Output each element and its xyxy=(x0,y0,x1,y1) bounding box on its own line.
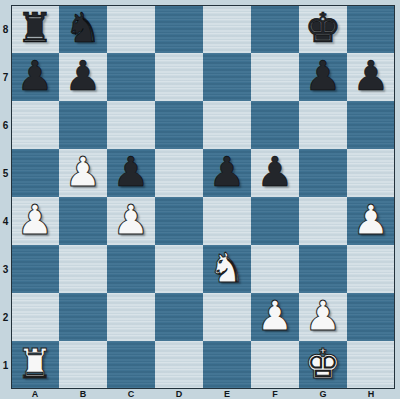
square-h6[interactable] xyxy=(347,101,395,149)
square-f5[interactable]: ♟ xyxy=(251,149,299,197)
black-pawn[interactable]: ♟ xyxy=(65,56,102,97)
square-b2[interactable] xyxy=(59,293,107,341)
square-a5[interactable] xyxy=(11,149,59,197)
black-pawn[interactable]: ♟ xyxy=(353,56,390,97)
square-a1[interactable]: ♜ xyxy=(11,341,59,389)
rank-label-6: 6 xyxy=(0,101,11,149)
square-c6[interactable] xyxy=(107,101,155,149)
square-f1[interactable] xyxy=(251,341,299,389)
file-label-f: F xyxy=(251,388,299,399)
square-b3[interactable] xyxy=(59,245,107,293)
square-c7[interactable] xyxy=(107,53,155,101)
square-c3[interactable] xyxy=(107,245,155,293)
square-b1[interactable] xyxy=(59,341,107,389)
square-d7[interactable] xyxy=(155,53,203,101)
rank-label-5: 5 xyxy=(0,149,11,197)
square-c8[interactable] xyxy=(107,5,155,53)
square-e5[interactable]: ♟ xyxy=(203,149,251,197)
square-c5[interactable]: ♟ xyxy=(107,149,155,197)
square-g4[interactable] xyxy=(299,197,347,245)
square-e2[interactable] xyxy=(203,293,251,341)
square-a2[interactable] xyxy=(11,293,59,341)
file-label-g: G xyxy=(299,388,347,399)
square-b6[interactable] xyxy=(59,101,107,149)
square-a4[interactable]: ♟ xyxy=(11,197,59,245)
black-rook[interactable]: ♜ xyxy=(17,8,54,49)
file-label-b: B xyxy=(59,388,107,399)
white-rook[interactable]: ♜ xyxy=(17,344,54,385)
square-e4[interactable] xyxy=(203,197,251,245)
square-g5[interactable] xyxy=(299,149,347,197)
square-c4[interactable]: ♟ xyxy=(107,197,155,245)
square-d8[interactable] xyxy=(155,5,203,53)
white-pawn[interactable]: ♟ xyxy=(65,152,102,193)
square-d2[interactable] xyxy=(155,293,203,341)
chess-diagram: 87654321 ♜♞♚♟♟♟♟♟♟♟♟♟♟♟♞♟♟♜♚ ABCDEFGH xyxy=(0,0,400,399)
white-pawn[interactable]: ♟ xyxy=(113,200,150,241)
white-king[interactable]: ♚ xyxy=(305,344,342,385)
square-a6[interactable] xyxy=(11,101,59,149)
square-f2[interactable]: ♟ xyxy=(251,293,299,341)
black-knight[interactable]: ♞ xyxy=(65,8,102,49)
square-e8[interactable] xyxy=(203,5,251,53)
black-king[interactable]: ♚ xyxy=(305,8,342,49)
square-h2[interactable] xyxy=(347,293,395,341)
square-h3[interactable] xyxy=(347,245,395,293)
square-b4[interactable] xyxy=(59,197,107,245)
square-h4[interactable]: ♟ xyxy=(347,197,395,245)
file-label-a: A xyxy=(11,388,59,399)
square-f7[interactable] xyxy=(251,53,299,101)
square-b8[interactable]: ♞ xyxy=(59,5,107,53)
black-pawn[interactable]: ♟ xyxy=(17,56,54,97)
white-pawn[interactable]: ♟ xyxy=(305,296,342,337)
black-pawn[interactable]: ♟ xyxy=(113,152,150,193)
square-g3[interactable] xyxy=(299,245,347,293)
black-pawn[interactable]: ♟ xyxy=(209,152,246,193)
square-g7[interactable]: ♟ xyxy=(299,53,347,101)
square-e1[interactable] xyxy=(203,341,251,389)
white-pawn[interactable]: ♟ xyxy=(353,200,390,241)
chess-board[interactable]: ♜♞♚♟♟♟♟♟♟♟♟♟♟♟♞♟♟♜♚ xyxy=(11,5,395,389)
white-pawn[interactable]: ♟ xyxy=(17,200,54,241)
square-d6[interactable] xyxy=(155,101,203,149)
file-label-d: D xyxy=(155,388,203,399)
square-a7[interactable]: ♟ xyxy=(11,53,59,101)
square-f3[interactable] xyxy=(251,245,299,293)
square-d4[interactable] xyxy=(155,197,203,245)
square-a8[interactable]: ♜ xyxy=(11,5,59,53)
white-pawn[interactable]: ♟ xyxy=(257,296,294,337)
square-f4[interactable] xyxy=(251,197,299,245)
black-pawn[interactable]: ♟ xyxy=(257,152,294,193)
square-e7[interactable] xyxy=(203,53,251,101)
square-h8[interactable] xyxy=(347,5,395,53)
square-c2[interactable] xyxy=(107,293,155,341)
square-e3[interactable]: ♞ xyxy=(203,245,251,293)
rank-label-3: 3 xyxy=(0,245,11,293)
rank-label-4: 4 xyxy=(0,197,11,245)
rank-label-8: 8 xyxy=(0,5,11,53)
file-label-c: C xyxy=(107,388,155,399)
square-g6[interactable] xyxy=(299,101,347,149)
square-b7[interactable]: ♟ xyxy=(59,53,107,101)
white-knight[interactable]: ♞ xyxy=(209,248,246,289)
square-b5[interactable]: ♟ xyxy=(59,149,107,197)
square-h5[interactable] xyxy=(347,149,395,197)
rank-label-1: 1 xyxy=(0,341,11,389)
black-pawn[interactable]: ♟ xyxy=(305,56,342,97)
file-label-e: E xyxy=(203,388,251,399)
rank-label-7: 7 xyxy=(0,53,11,101)
file-label-h: H xyxy=(347,388,395,399)
square-g2[interactable]: ♟ xyxy=(299,293,347,341)
square-f6[interactable] xyxy=(251,101,299,149)
rank-label-2: 2 xyxy=(0,293,11,341)
file-labels: ABCDEFGH xyxy=(11,388,395,399)
square-a3[interactable] xyxy=(11,245,59,293)
square-c1[interactable] xyxy=(107,341,155,389)
square-d3[interactable] xyxy=(155,245,203,293)
square-d1[interactable] xyxy=(155,341,203,389)
rank-labels: 87654321 xyxy=(0,5,11,389)
square-e6[interactable] xyxy=(203,101,251,149)
square-g1[interactable]: ♚ xyxy=(299,341,347,389)
square-d5[interactable] xyxy=(155,149,203,197)
square-h7[interactable]: ♟ xyxy=(347,53,395,101)
square-g8[interactable]: ♚ xyxy=(299,5,347,53)
square-h1[interactable] xyxy=(347,341,395,389)
square-f8[interactable] xyxy=(251,5,299,53)
